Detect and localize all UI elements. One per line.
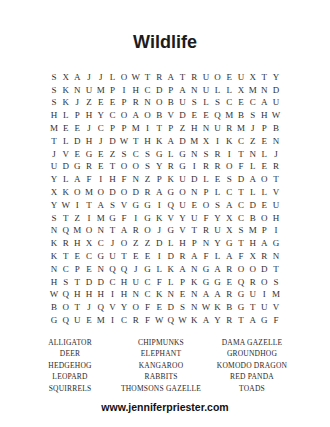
grid-cell-r8c14: R — [200, 161, 212, 174]
grid-cell-r15c4: C — [83, 250, 95, 263]
grid-cell-r4c4: H — [83, 109, 95, 122]
grid-cell-r14c18: H — [247, 237, 259, 250]
grid-cell-r18c13: N — [188, 289, 200, 302]
grid-cell-r12c18: B — [247, 212, 259, 225]
grid-cell-r3c17: E — [235, 97, 247, 110]
grid-cell-r5c10: T — [153, 122, 165, 135]
grid-cell-r20c10: W — [153, 314, 165, 327]
grid-cell-r16c14: G — [200, 263, 212, 276]
grid-cell-r12c20: H — [270, 212, 282, 225]
grid-cell-r17c17: Q — [235, 276, 247, 289]
grid-cell-r10c19: L — [259, 186, 271, 199]
grid-cell-r20c9: F — [142, 314, 154, 327]
grid-cell-r13c17: S — [235, 225, 247, 238]
grid-cell-r5c14: N — [200, 122, 212, 135]
grid-cell-r14c3: H — [72, 237, 84, 250]
grid-cell-r11c3: I — [72, 199, 84, 212]
grid-cell-r5c12: Z — [177, 122, 189, 135]
word-list-item: CHIPMUNKS — [121, 337, 201, 348]
grid-cell-r14c12: H — [177, 237, 189, 250]
grid-cell-r10c11: G — [165, 186, 177, 199]
grid-cell-r1c3: A — [72, 71, 84, 84]
grid-cell-r9c8: N — [130, 173, 142, 186]
grid-cell-r9c2: L — [60, 173, 72, 186]
grid-cell-r8c15: R — [212, 161, 224, 174]
grid-cell-r1c11: A — [165, 71, 177, 84]
grid-cell-r17c3: T — [72, 276, 84, 289]
grid-cell-r6c17: C — [235, 135, 247, 148]
website-url: www.jenniferpriester.com — [0, 401, 330, 413]
grid-cell-r12c5: M — [95, 212, 107, 225]
grid-cell-r5c16: R — [223, 122, 235, 135]
grid-cell-r11c8: G — [130, 199, 142, 212]
grid-cell-r1c2: X — [60, 71, 72, 84]
grid-cell-r6c20: N — [270, 135, 282, 148]
grid-cell-r6c2: L — [60, 135, 72, 148]
grid-cell-r18c12: E — [177, 289, 189, 302]
grid-cell-r1c10: R — [153, 71, 165, 84]
grid-cell-r10c5: O — [95, 186, 107, 199]
grid-cell-r11c12: U — [177, 199, 189, 212]
grid-cell-r18c19: I — [259, 289, 271, 302]
grid-cell-r18c20: M — [270, 289, 282, 302]
grid-cell-r10c2: K — [60, 186, 72, 199]
grid-cell-r12c15: Y — [212, 212, 224, 225]
grid-cell-r14c4: X — [83, 237, 95, 250]
grid-cell-r20c12: W — [177, 314, 189, 327]
grid-cell-r2c2: K — [60, 84, 72, 97]
grid-cell-r3c7: P — [118, 97, 130, 110]
grid-cell-r4c16: M — [223, 109, 235, 122]
grid-cell-r17c12: P — [177, 276, 189, 289]
word-list-item: SQUIRRELS — [48, 383, 92, 394]
grid-cell-r7c14: S — [200, 148, 212, 161]
grid-cell-r10c15: L — [212, 186, 224, 199]
grid-cell-r7c3: E — [72, 148, 84, 161]
grid-cell-r12c13: U — [188, 212, 200, 225]
word-list-item: HEDGEHOG — [48, 360, 92, 371]
grid-cell-r1c9: T — [142, 71, 154, 84]
grid-cell-r8c5: E — [95, 161, 107, 174]
grid-cell-r20c14: A — [200, 314, 212, 327]
grid-cell-r3c10: O — [153, 97, 165, 110]
grid-cell-r9c4: F — [83, 173, 95, 186]
grid-cell-r9c3: A — [72, 173, 84, 186]
grid-cell-r2c1: S — [48, 84, 60, 97]
grid-cell-r12c3: Z — [72, 212, 84, 225]
grid-cell-r20c2: Q — [60, 314, 72, 327]
grid-cell-r20c1: G — [48, 314, 60, 327]
grid-cell-r6c9: H — [142, 135, 154, 148]
grid-cell-r20c18: A — [247, 314, 259, 327]
grid-cell-r15c12: R — [177, 250, 189, 263]
grid-cell-r5c1: M — [48, 122, 60, 135]
grid-cell-r11c10: I — [153, 199, 165, 212]
grid-cell-r7c20: J — [270, 148, 282, 161]
grid-cell-r13c16: X — [223, 225, 235, 238]
grid-cell-r15c17: F — [235, 250, 247, 263]
grid-cell-r9c19: O — [259, 173, 271, 186]
grid-cell-r10c14: P — [200, 186, 212, 199]
grid-cell-r2c12: A — [177, 84, 189, 97]
grid-cell-r7c9: S — [142, 148, 154, 161]
grid-cell-r16c3: P — [72, 263, 84, 276]
grid-cell-r13c20: I — [270, 225, 282, 238]
grid-cell-r14c5: C — [95, 237, 107, 250]
grid-cell-r2c20: D — [270, 84, 282, 97]
grid-cell-r5c11: P — [165, 122, 177, 135]
grid-cell-r14c8: Z — [130, 237, 142, 250]
grid-cell-r13c5: N — [95, 225, 107, 238]
grid-cell-r11c13: E — [188, 199, 200, 212]
grid-cell-r10c1: X — [48, 186, 60, 199]
grid-cell-r19c15: K — [212, 301, 224, 314]
grid-cell-r13c13: T — [188, 225, 200, 238]
grid-cell-r7c6: Z — [107, 148, 119, 161]
grid-cell-r11c20: U — [270, 199, 282, 212]
grid-cell-r10c12: O — [177, 186, 189, 199]
word-list-item: RED PANDA — [217, 371, 287, 382]
grid-cell-r7c4: G — [83, 148, 95, 161]
grid-cell-r1c8: W — [130, 71, 142, 84]
grid-cell-r16c5: N — [95, 263, 107, 276]
grid-cell-r16c13: N — [188, 263, 200, 276]
grid-cell-r20c8: R — [130, 314, 142, 327]
grid-cell-r20c4: E — [83, 314, 95, 327]
grid-cell-r17c15: G — [212, 276, 224, 289]
grid-cell-r3c18: C — [247, 97, 259, 110]
grid-cell-r17c9: C — [142, 276, 154, 289]
grid-cell-r9c12: U — [177, 173, 189, 186]
grid-cell-r14c2: R — [60, 237, 72, 250]
grid-cell-r3c20: U — [270, 97, 282, 110]
grid-cell-r19c4: J — [83, 301, 95, 314]
word-list-item: ELEPHANT — [121, 348, 201, 359]
grid-cell-r2c5: M — [95, 84, 107, 97]
grid-cell-r8c9: S — [142, 161, 154, 174]
word-search-page: Wildlife SXAJJLOWTRATRUOEUXTYSKNUMPIHCDP… — [0, 0, 330, 427]
grid-cell-r4c12: D — [177, 109, 189, 122]
grid-cell-r15c13: A — [188, 250, 200, 263]
grid-cell-r11c5: A — [95, 199, 107, 212]
grid-cell-r15c16: A — [223, 250, 235, 263]
grid-cell-r6c1: T — [48, 135, 60, 148]
grid-cell-r7c15: R — [212, 148, 224, 161]
grid-cell-r18c3: H — [72, 289, 84, 302]
grid-cell-r6c16: K — [223, 135, 235, 148]
grid-cell-r10c8: D — [130, 186, 142, 199]
grid-cell-r2c9: C — [142, 84, 154, 97]
grid-cell-r15c20: N — [270, 250, 282, 263]
grid-cell-r5c20: B — [270, 122, 282, 135]
grid-cell-r8c20: R — [270, 161, 282, 174]
grid-cell-r6c8: T — [130, 135, 142, 148]
grid-cell-r13c9: O — [142, 225, 154, 238]
grid-cell-r18c14: A — [200, 289, 212, 302]
grid-cell-r18c6: I — [107, 289, 119, 302]
grid-cell-r19c13: N — [188, 301, 200, 314]
grid-cell-r17c8: U — [130, 276, 142, 289]
grid-cell-r11c4: T — [83, 199, 95, 212]
grid-cell-r2c18: M — [247, 84, 259, 97]
grid-cell-r13c15: U — [212, 225, 224, 238]
grid-cell-r18c15: A — [212, 289, 224, 302]
grid-cell-r3c4: Z — [83, 97, 95, 110]
grid-cell-r2c6: P — [107, 84, 119, 97]
grid-cell-r3c12: U — [177, 97, 189, 110]
grid-cell-r15c18: X — [247, 250, 259, 263]
grid-cell-r2c8: H — [130, 84, 142, 97]
grid-cell-r8c18: L — [247, 161, 259, 174]
grid-cell-r1c14: U — [200, 71, 212, 84]
grid-cell-r4c9: O — [142, 109, 154, 122]
grid-cell-r10c9: R — [142, 186, 154, 199]
grid-cell-r15c7: T — [118, 250, 130, 263]
grid-cell-r1c12: T — [177, 71, 189, 84]
grid-cell-r12c11: V — [165, 212, 177, 225]
grid-cell-r7c1: J — [48, 148, 60, 161]
grid-cell-r1c15: O — [212, 71, 224, 84]
grid-cell-r13c7: A — [118, 225, 130, 238]
word-list-item: ALLIGATOR — [48, 337, 92, 348]
grid-cell-r2c19: N — [259, 84, 271, 97]
grid-cell-r5c6: P — [107, 122, 119, 135]
grid-cell-r4c14: E — [200, 109, 212, 122]
grid-cell-r18c18: U — [247, 289, 259, 302]
grid-cell-r16c1: N — [48, 263, 60, 276]
grid-cell-r5c7: P — [118, 122, 130, 135]
grid-cell-r11c14: O — [200, 199, 212, 212]
grid-cell-r4c5: Y — [95, 109, 107, 122]
grid-cell-r4c8: A — [130, 109, 142, 122]
grid-cell-r14c17: T — [235, 237, 247, 250]
grid-cell-r1c4: J — [83, 71, 95, 84]
grid-cell-r17c18: R — [247, 276, 259, 289]
grid-cell-r8c2: D — [60, 161, 72, 174]
grid-cell-r15c8: E — [130, 250, 142, 263]
grid-cell-r9c20: T — [270, 173, 282, 186]
word-list-column-1: ALLIGATORDEERHEDGEHOGLEOPARDSQUIRRELS — [48, 337, 92, 394]
grid-cell-r14c20: G — [270, 237, 282, 250]
grid-cell-r2c11: P — [165, 84, 177, 97]
grid-cell-r6c12: D — [177, 135, 189, 148]
grid-cell-r6c15: I — [212, 135, 224, 148]
grid-cell-r2c16: L — [223, 84, 235, 97]
grid-cell-r9c11: K — [165, 173, 177, 186]
grid-cell-r4c10: B — [153, 109, 165, 122]
grid-cell-r1c13: R — [188, 71, 200, 84]
grid-cell-r14c14: N — [200, 237, 212, 250]
grid-cell-r3c11: B — [165, 97, 177, 110]
grid-cell-r14c10: D — [153, 237, 165, 250]
grid-cell-r19c1: B — [48, 301, 60, 314]
grid-cell-r2c3: N — [72, 84, 84, 97]
grid-cell-r6c18: Z — [247, 135, 259, 148]
grid-cell-r19c3: T — [72, 301, 84, 314]
grid-cell-r5c8: M — [130, 122, 142, 135]
grid-cell-r17c5: D — [95, 276, 107, 289]
grid-cell-r12c9: G — [142, 212, 154, 225]
grid-cell-r8c8: O — [130, 161, 142, 174]
grid-cell-r19c7: Y — [118, 301, 130, 314]
grid-cell-r19c6: V — [107, 301, 119, 314]
grid-cell-r15c9: E — [142, 250, 154, 263]
word-list-column-3: DAMA GAZELLEGROUNDHOGKOMODO DRAGONRED PA… — [217, 337, 287, 394]
grid-cell-r2c14: U — [200, 84, 212, 97]
word-list-item: KOMODO DRAGON — [217, 360, 287, 371]
grid-cell-r15c19: R — [259, 250, 271, 263]
grid-cell-r2c15: L — [212, 84, 224, 97]
grid-cell-r13c8: R — [130, 225, 142, 238]
grid-cell-r16c9: G — [142, 263, 154, 276]
grid-cell-r20c20: F — [270, 314, 282, 327]
grid-cell-r5c5: C — [95, 122, 107, 135]
grid-cell-r10c17: T — [235, 186, 247, 199]
grid-cell-r17c10: F — [153, 276, 165, 289]
grid-cell-r9c17: D — [235, 173, 247, 186]
grid-cell-r2c17: X — [235, 84, 247, 97]
grid-cell-r4c18: S — [247, 109, 259, 122]
grid-cell-r13c1: N — [48, 225, 60, 238]
grid-cell-r8c13: I — [188, 161, 200, 174]
grid-cell-r20c16: R — [223, 314, 235, 327]
grid-cell-r12c7: F — [118, 212, 130, 225]
grid-cell-r11c6: S — [107, 199, 119, 212]
grid-cell-r14c9: Z — [142, 237, 154, 250]
grid-cell-r11c17: C — [235, 199, 247, 212]
grid-cell-r8c6: T — [107, 161, 119, 174]
grid-cell-r9c10: P — [153, 173, 165, 186]
grid-cell-r18c11: N — [165, 289, 177, 302]
grid-cell-r9c5: I — [95, 173, 107, 186]
grid-cell-r17c19: O — [259, 276, 271, 289]
grid-cell-r14c15: Y — [212, 237, 224, 250]
grid-cell-r17c1: H — [48, 276, 60, 289]
grid-cell-r6c5: J — [95, 135, 107, 148]
grid-cell-r3c19: A — [259, 97, 271, 110]
grid-cell-r16c8: J — [130, 263, 142, 276]
grid-cell-r3c15: S — [212, 97, 224, 110]
grid-cell-r13c10: J — [153, 225, 165, 238]
grid-cell-r4c13: E — [188, 109, 200, 122]
grid-cell-r8c7: O — [118, 161, 130, 174]
grid-cell-r8c10: Y — [153, 161, 165, 174]
grid-cell-r6c4: H — [83, 135, 95, 148]
grid-cell-r16c16: R — [223, 263, 235, 276]
word-list-item: DEER — [48, 348, 92, 359]
grid-cell-r15c3: E — [72, 250, 84, 263]
grid-cell-r18c16: R — [223, 289, 235, 302]
word-list-column-2: CHIPMUNKSELEPHANTKANGAROORABBITSTHOMSONS… — [121, 337, 201, 394]
grid-cell-r11c2: W — [60, 199, 72, 212]
grid-cell-r11c15: S — [212, 199, 224, 212]
grid-cell-r7c11: L — [165, 148, 177, 161]
grid-cell-r4c1: H — [48, 109, 60, 122]
grid-cell-r13c2: Q — [60, 225, 72, 238]
grid-cell-r20c17: T — [235, 314, 247, 327]
grid-cell-r7c2: V — [60, 148, 72, 161]
grid-cell-r17c14: G — [200, 276, 212, 289]
grid-cell-r5c9: I — [142, 122, 154, 135]
grid-cell-r1c20: Y — [270, 71, 282, 84]
grid-cell-r18c4: H — [83, 289, 95, 302]
grid-cell-r4c3: P — [72, 109, 84, 122]
grid-cell-r3c1: S — [48, 97, 60, 110]
grid-cell-r14c6: J — [107, 237, 119, 250]
grid-cell-r19c8: O — [130, 301, 142, 314]
grid-cell-r18c10: K — [153, 289, 165, 302]
grid-cell-r9c7: F — [118, 173, 130, 186]
grid-cell-r11c9: G — [142, 199, 154, 212]
grid-cell-r1c6: L — [107, 71, 119, 84]
word-list-item: KANGAROO — [121, 360, 201, 371]
grid-cell-r20c19: G — [259, 314, 271, 327]
grid-cell-r9c16: S — [223, 173, 235, 186]
grid-cell-r14c7: O — [118, 237, 130, 250]
grid-cell-r6c11: A — [165, 135, 177, 148]
grid-cell-r11c16: A — [223, 199, 235, 212]
grid-cell-r19c20: V — [270, 301, 282, 314]
grid-cell-r4c2: L — [60, 109, 72, 122]
grid-cell-r9c1: Y — [48, 173, 60, 186]
grid-cell-r18c2: Q — [60, 289, 72, 302]
grid-cell-r12c1: S — [48, 212, 60, 225]
grid-cell-r18c8: N — [130, 289, 142, 302]
grid-cell-r8c16: O — [223, 161, 235, 174]
grid-cell-r14c11: L — [165, 237, 177, 250]
grid-cell-r12c2: T — [60, 212, 72, 225]
word-list-item: LEOPARD — [48, 371, 92, 382]
grid-cell-r2c7: I — [118, 84, 130, 97]
grid-cell-r3c9: N — [142, 97, 154, 110]
grid-cell-r18c17: G — [235, 289, 247, 302]
grid-cell-r16c18: O — [247, 263, 259, 276]
grid-cell-r4c19: H — [259, 109, 271, 122]
grid-cell-r1c1: S — [48, 71, 60, 84]
grid-cell-r15c14: F — [200, 250, 212, 263]
grid-cell-r5c4: J — [83, 122, 95, 135]
grid-cell-r9c15: E — [212, 173, 224, 186]
grid-cell-r17c16: E — [223, 276, 235, 289]
grid-cell-r7c17: T — [235, 148, 247, 161]
grid-cell-r14c1: K — [48, 237, 60, 250]
grid-cell-r4c15: Q — [212, 109, 224, 122]
grid-cell-r10c7: O — [118, 186, 130, 199]
grid-cell-r10c4: M — [83, 186, 95, 199]
grid-cell-r13c18: M — [247, 225, 259, 238]
grid-cell-r16c19: D — [259, 263, 271, 276]
grid-cell-r18c1: W — [48, 289, 60, 302]
grid-cell-r1c17: U — [235, 71, 247, 84]
grid-cell-r5c17: M — [235, 122, 247, 135]
grid-cell-r7c19: L — [259, 148, 271, 161]
grid-cell-r4c17: B — [235, 109, 247, 122]
grid-cell-r8c19: E — [259, 161, 271, 174]
grid-cell-r14c19: A — [259, 237, 271, 250]
grid-cell-r7c16: I — [223, 148, 235, 161]
grid-cell-r10c10: A — [153, 186, 165, 199]
word-list-item: DAMA GAZELLE — [217, 337, 287, 348]
grid-cell-r9c9: Z — [142, 173, 154, 186]
grid-cell-r18c5: H — [95, 289, 107, 302]
grid-cell-r1c18: X — [247, 71, 259, 84]
grid-cell-r5c2: E — [60, 122, 72, 135]
grid-cell-r4c7: O — [118, 109, 130, 122]
grid-cell-r11c19: E — [259, 199, 271, 212]
grid-cell-r16c20: T — [270, 263, 282, 276]
grid-cell-r1c16: E — [223, 71, 235, 84]
grid-cell-r9c6: H — [107, 173, 119, 186]
